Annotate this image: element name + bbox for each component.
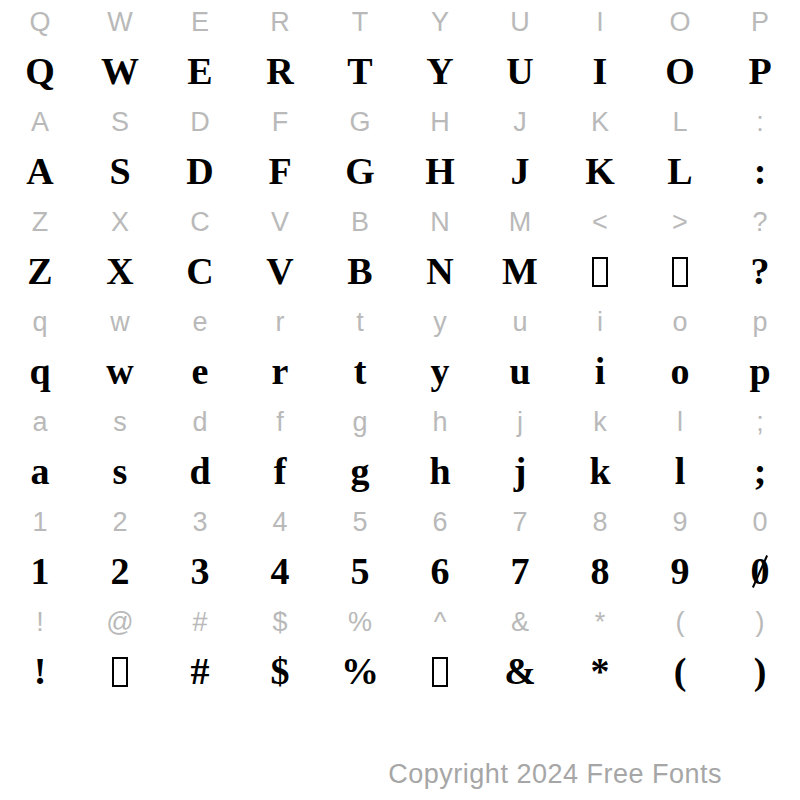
- specimen-glyph: i: [560, 352, 640, 390]
- reference-row-1: ASDFGHJKL:: [0, 100, 800, 142]
- reference-glyph: R: [240, 9, 320, 36]
- reference-glyph: I: [560, 9, 640, 36]
- reference-glyph: !: [0, 609, 80, 636]
- reference-glyph: @: [80, 609, 160, 636]
- specimen-row-4: asdfghjkl;: [0, 444, 800, 498]
- specimen-glyph: Z: [0, 252, 80, 290]
- specimen-glyph: O: [640, 52, 720, 90]
- specimen-glyph: 0: [720, 552, 800, 590]
- reference-glyph: p: [720, 309, 800, 336]
- specimen-glyph: R: [240, 52, 320, 90]
- reference-glyph: e: [160, 309, 240, 336]
- specimen-glyph: h: [400, 452, 480, 490]
- reference-glyph: (: [640, 609, 720, 636]
- specimen-glyph: Q: [0, 52, 80, 90]
- specimen-glyph: F: [240, 152, 320, 190]
- reference-glyph: 6: [400, 509, 480, 536]
- row-pair-1: ASDFGHJKL:ASDFGHJKL:: [0, 100, 800, 200]
- specimen-glyph: G: [320, 152, 400, 190]
- specimen-glyph: *: [560, 652, 640, 690]
- reference-glyph: P: [720, 9, 800, 36]
- reference-glyph: *: [560, 609, 640, 636]
- specimen-glyph: ?: [720, 252, 800, 290]
- specimen-glyph: U: [480, 52, 560, 90]
- reference-glyph: Y: [400, 9, 480, 36]
- character-grid: QWERTYUIOPQWERTYUIOPASDFGHJKL:ASDFGHJKL:…: [0, 0, 800, 700]
- specimen-glyph: 1: [0, 552, 80, 590]
- specimen-glyph: C: [160, 252, 240, 290]
- specimen-glyph: k: [560, 452, 640, 490]
- reference-glyph: S: [80, 109, 160, 136]
- specimen-glyph: S: [80, 152, 160, 190]
- reference-glyph: ;: [720, 409, 800, 436]
- reference-glyph: a: [0, 409, 80, 436]
- row-pair-6: !@#$%^&*()!#$%&*(): [0, 600, 800, 700]
- specimen-glyph: %: [320, 652, 400, 690]
- reference-glyph: H: [400, 109, 480, 136]
- specimen-glyph: X: [80, 252, 160, 290]
- reference-glyph: Q: [0, 9, 80, 36]
- reference-glyph: V: [240, 209, 320, 236]
- specimen-glyph: g: [320, 452, 400, 490]
- reference-row-3: qwertyuiop: [0, 300, 800, 342]
- reference-glyph: G: [320, 109, 400, 136]
- missing-glyph-box: [560, 252, 640, 290]
- reference-glyph: o: [640, 309, 720, 336]
- specimen-glyph: ): [720, 652, 800, 690]
- reference-glyph: g: [320, 409, 400, 436]
- reference-glyph: $: [240, 609, 320, 636]
- specimen-glyph: p: [720, 352, 800, 390]
- row-pair-0: QWERTYUIOPQWERTYUIOP: [0, 0, 800, 100]
- specimen-row-2: ZXCVBNM?: [0, 244, 800, 298]
- reference-glyph: d: [160, 409, 240, 436]
- reference-glyph: D: [160, 109, 240, 136]
- reference-glyph: B: [320, 209, 400, 236]
- reference-row-0: QWERTYUIOP: [0, 0, 800, 42]
- reference-glyph: w: [80, 309, 160, 336]
- specimen-glyph: H: [400, 152, 480, 190]
- reference-glyph: u: [480, 309, 560, 336]
- reference-glyph: h: [400, 409, 480, 436]
- specimen-glyph: d: [160, 452, 240, 490]
- reference-glyph: y: [400, 309, 480, 336]
- specimen-glyph: A: [0, 152, 80, 190]
- specimen-glyph: w: [80, 352, 160, 390]
- specimen-glyph: 7: [480, 552, 560, 590]
- row-pair-2: ZXCVBNM<>?ZXCVBNM?: [0, 200, 800, 300]
- specimen-glyph: Y: [400, 52, 480, 90]
- reference-row-6: !@#$%^&*(): [0, 600, 800, 642]
- specimen-glyph: 5: [320, 552, 400, 590]
- reference-glyph: 5: [320, 509, 400, 536]
- reference-glyph: 2: [80, 509, 160, 536]
- specimen-glyph: &: [480, 652, 560, 690]
- reference-glyph: l: [640, 409, 720, 436]
- reference-glyph: K: [560, 109, 640, 136]
- specimen-glyph: j: [480, 452, 560, 490]
- specimen-glyph: T: [320, 52, 400, 90]
- row-pair-4: asdfghjkl;asdfghjkl;: [0, 400, 800, 500]
- specimen-glyph: D: [160, 152, 240, 190]
- specimen-glyph: e: [160, 352, 240, 390]
- reference-glyph: O: [640, 9, 720, 36]
- font-specimen-sheet: QWERTYUIOPQWERTYUIOPASDFGHJKL:ASDFGHJKL:…: [0, 0, 800, 800]
- reference-glyph: J: [480, 109, 560, 136]
- specimen-glyph: (: [640, 652, 720, 690]
- reference-row-4: asdfghjkl;: [0, 400, 800, 442]
- row-pair-3: qwertyuiopqwertyuiop: [0, 300, 800, 400]
- missing-glyph-box: [400, 652, 480, 690]
- specimen-glyph: #: [160, 652, 240, 690]
- reference-glyph: #: [160, 609, 240, 636]
- specimen-glyph: M: [480, 252, 560, 290]
- reference-glyph: X: [80, 209, 160, 236]
- specimen-glyph: r: [240, 352, 320, 390]
- specimen-glyph: u: [480, 352, 560, 390]
- reference-glyph: N: [400, 209, 480, 236]
- specimen-glyph: s: [80, 452, 160, 490]
- reference-glyph: 3: [160, 509, 240, 536]
- reference-glyph: E: [160, 9, 240, 36]
- reference-glyph: r: [240, 309, 320, 336]
- specimen-glyph: P: [720, 52, 800, 90]
- specimen-glyph: f: [240, 452, 320, 490]
- reference-glyph: q: [0, 309, 80, 336]
- reference-glyph: 1: [0, 509, 80, 536]
- specimen-glyph: K: [560, 152, 640, 190]
- specimen-glyph: :: [720, 152, 800, 190]
- specimen-glyph: q: [0, 352, 80, 390]
- specimen-glyph: 2: [80, 552, 160, 590]
- reference-glyph: 7: [480, 509, 560, 536]
- reference-glyph: L: [640, 109, 720, 136]
- specimen-glyph: o: [640, 352, 720, 390]
- reference-glyph: U: [480, 9, 560, 36]
- copyright-text: Copyright 2024 Free Fonts: [388, 759, 722, 790]
- reference-glyph: 9: [640, 509, 720, 536]
- reference-glyph: W: [80, 9, 160, 36]
- specimen-row-1: ASDFGHJKL:: [0, 144, 800, 198]
- specimen-glyph: L: [640, 152, 720, 190]
- reference-glyph: F: [240, 109, 320, 136]
- reference-glyph: k: [560, 409, 640, 436]
- specimen-glyph: 9: [640, 552, 720, 590]
- specimen-glyph: B: [320, 252, 400, 290]
- specimen-glyph: t: [320, 352, 400, 390]
- reference-glyph: :: [720, 109, 800, 136]
- reference-glyph: f: [240, 409, 320, 436]
- specimen-glyph: !: [0, 652, 80, 690]
- reference-glyph: Z: [0, 209, 80, 236]
- reference-glyph: A: [0, 109, 80, 136]
- specimen-glyph: $: [240, 652, 320, 690]
- specimen-glyph: 8: [560, 552, 640, 590]
- specimen-glyph: l: [640, 452, 720, 490]
- specimen-glyph: 6: [400, 552, 480, 590]
- reference-glyph: ^: [400, 609, 480, 636]
- reference-glyph: &: [480, 609, 560, 636]
- specimen-glyph: J: [480, 152, 560, 190]
- specimen-glyph: y: [400, 352, 480, 390]
- specimen-glyph: 4: [240, 552, 320, 590]
- reference-glyph: >: [640, 209, 720, 236]
- reference-glyph: j: [480, 409, 560, 436]
- specimen-glyph: a: [0, 452, 80, 490]
- reference-glyph: %: [320, 609, 400, 636]
- missing-glyph-box: [640, 252, 720, 290]
- specimen-row-5: 1234567890: [0, 544, 800, 598]
- specimen-glyph: W: [80, 52, 160, 90]
- reference-glyph: 4: [240, 509, 320, 536]
- reference-glyph: t: [320, 309, 400, 336]
- reference-glyph: C: [160, 209, 240, 236]
- specimen-glyph: 3: [160, 552, 240, 590]
- specimen-glyph: V: [240, 252, 320, 290]
- specimen-glyph: ;: [720, 452, 800, 490]
- specimen-row-6: !#$%&*(): [0, 644, 800, 698]
- row-pair-5: 12345678901234567890: [0, 500, 800, 600]
- reference-glyph: <: [560, 209, 640, 236]
- specimen-glyph: I: [560, 52, 640, 90]
- reference-glyph: ): [720, 609, 800, 636]
- reference-row-2: ZXCVBNM<>?: [0, 200, 800, 242]
- missing-glyph-box: [80, 652, 160, 690]
- specimen-glyph: E: [160, 52, 240, 90]
- reference-glyph: M: [480, 209, 560, 236]
- reference-glyph: 0: [720, 509, 800, 536]
- specimen-glyph: N: [400, 252, 480, 290]
- reference-glyph: s: [80, 409, 160, 436]
- reference-row-5: 1234567890: [0, 500, 800, 542]
- reference-glyph: T: [320, 9, 400, 36]
- specimen-row-0: QWERTYUIOP: [0, 44, 800, 98]
- reference-glyph: i: [560, 309, 640, 336]
- reference-glyph: 8: [560, 509, 640, 536]
- specimen-row-3: qwertyuiop: [0, 344, 800, 398]
- reference-glyph: ?: [720, 209, 800, 236]
